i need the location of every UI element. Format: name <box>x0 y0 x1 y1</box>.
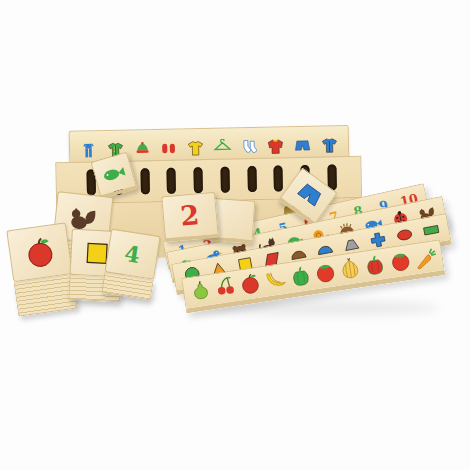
slot-8 <box>274 165 284 191</box>
strip-fruits-vegetables-carrot-icon <box>411 243 440 272</box>
slot-4 <box>167 168 177 194</box>
strip-shapes-rectangle-icon <box>419 218 442 241</box>
shirt-icon <box>320 136 339 155</box>
slot-3 <box>140 168 150 194</box>
slot-6 <box>220 167 230 193</box>
strip-fruits-vegetables-onion-icon <box>336 254 365 283</box>
slot-5 <box>194 167 204 193</box>
strip-fruits-vegetables-pepper-icon <box>286 262 315 291</box>
svg-text:4: 4 <box>123 240 142 268</box>
stack-top-tile <box>6 222 73 282</box>
socks-icon <box>239 138 258 157</box>
product-photo-picture-sorting-box: 2 4 12345678910 <box>0 0 470 470</box>
number-4-icon: 4 <box>113 236 153 272</box>
stack-top-tile: 4 <box>105 228 161 279</box>
overalls-icon <box>79 141 98 160</box>
hanger-icon <box>213 138 232 157</box>
strip-fruits-vegetables-apple-icon <box>236 269 265 298</box>
sweater-icon <box>266 137 285 156</box>
tshirt-icon <box>186 139 205 158</box>
fish-icon <box>96 157 130 190</box>
mittens-icon <box>159 140 178 159</box>
slot-7 <box>247 166 257 192</box>
strip-fruits-vegetables-pear-icon <box>186 277 215 306</box>
strip-fruits-vegetables-banana-icon <box>261 265 290 294</box>
strip-fruits-vegetables-cherries-icon <box>211 273 240 302</box>
shorts-icon <box>293 137 312 156</box>
strip-fruits-vegetables-tomato-icon <box>311 258 340 287</box>
tile-stack-red-apple <box>6 222 78 317</box>
strip-fruits-vegetables-pepper-icon <box>361 250 390 279</box>
tile-number-2-label: 2 <box>179 199 200 232</box>
tile-stack-4: 4 <box>101 228 161 300</box>
strip-fruits-vegetables-tomato-icon <box>386 247 415 276</box>
hat-icon <box>132 140 151 159</box>
tile-number-2: 2 <box>161 192 219 243</box>
apple-icon <box>16 231 64 274</box>
